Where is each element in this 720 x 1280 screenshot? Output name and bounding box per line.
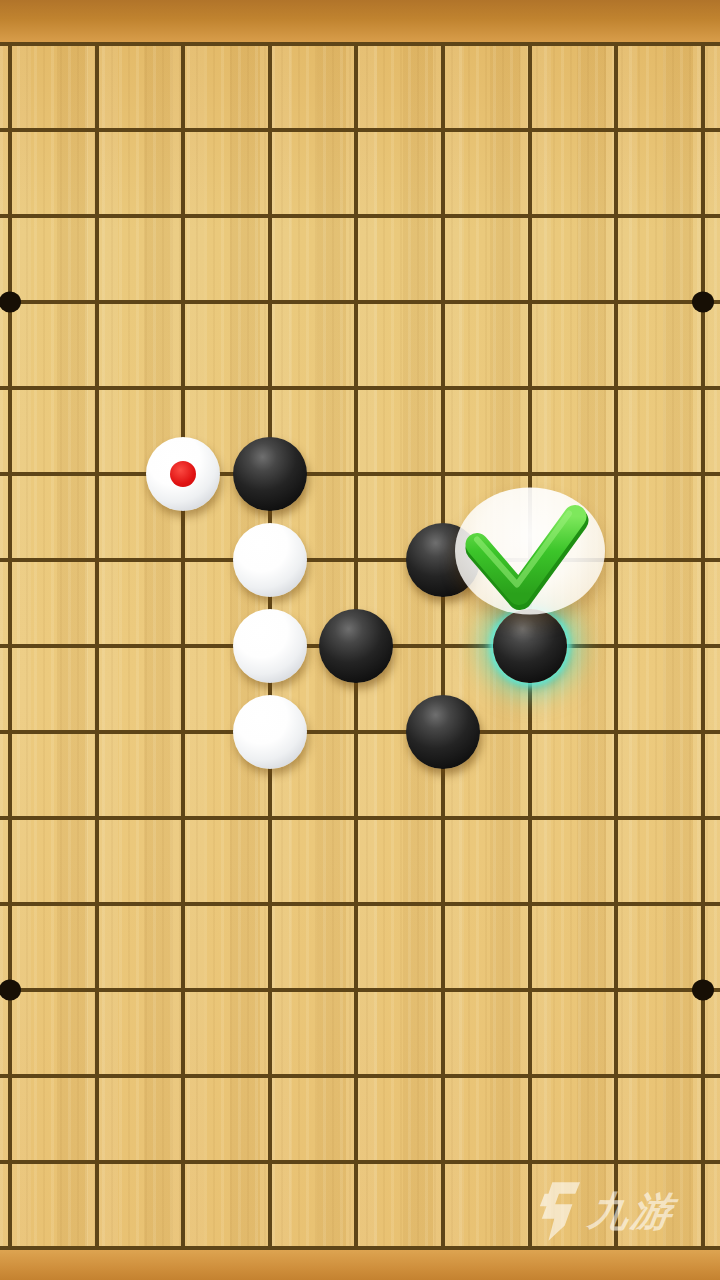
stone-white [233, 523, 307, 597]
stone-white [146, 437, 220, 511]
grid-line-horizontal [0, 300, 720, 304]
grid-line-horizontal [0, 472, 720, 476]
stone-black [319, 609, 393, 683]
grid-line-horizontal [0, 128, 720, 132]
star-point [692, 292, 714, 313]
grid-line-horizontal [0, 988, 720, 992]
stone-black [406, 695, 480, 769]
checkmark-icon[interactable] [467, 498, 593, 604]
star-point [0, 292, 21, 313]
last-move-marker [170, 461, 196, 487]
star-point [692, 980, 714, 1001]
stone-white [233, 695, 307, 769]
stone-white [233, 609, 307, 683]
grid-line-horizontal [0, 1160, 720, 1164]
star-point [0, 980, 21, 1001]
grid-line-horizontal [0, 730, 720, 734]
grid-line-horizontal [0, 42, 720, 46]
stone-black [233, 437, 307, 511]
grid-line-horizontal [0, 816, 720, 820]
pending-stone-black[interactable] [493, 609, 567, 683]
grid-line-horizontal [0, 558, 720, 562]
grid-line-horizontal [0, 1074, 720, 1078]
board-top-edge [0, 0, 720, 42]
grid-line-horizontal [0, 214, 720, 218]
confirm-move-bubble[interactable] [455, 488, 605, 615]
grid-line-horizontal [0, 902, 720, 906]
board-bottom-edge [0, 1250, 720, 1280]
grid-line-horizontal [0, 386, 720, 390]
gomoku-board-screen: 九游 [0, 0, 720, 1280]
